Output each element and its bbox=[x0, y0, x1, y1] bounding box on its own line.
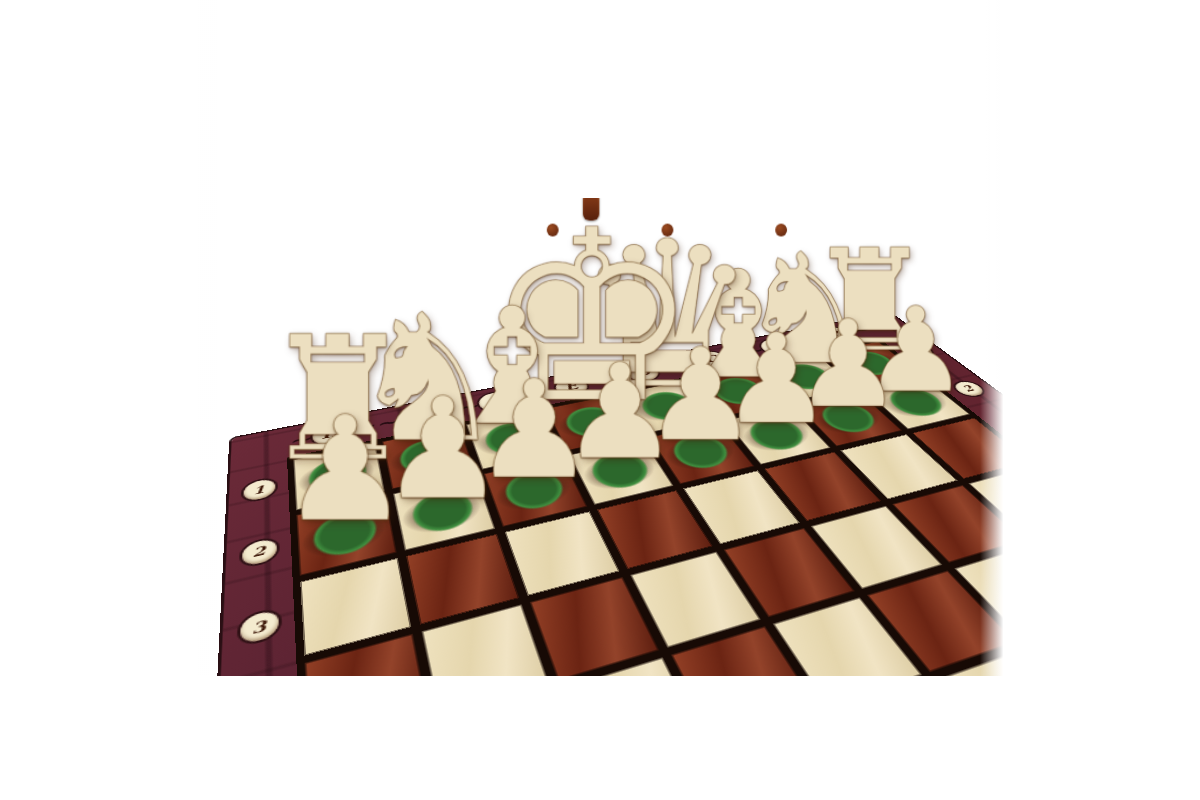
product-photo: ~H~~G~~F~~E~~D~~C~~B~~A~ 12345678 123456… bbox=[194, 0, 1006, 676]
scene: ~H~~G~~F~~E~~D~~C~~B~~A~ 12345678 123456… bbox=[194, 0, 1006, 676]
chessboard-grid: ♜♞♝♚♛♝♞♜♟♟♟♟♟♟♟♟ bbox=[287, 338, 1006, 676]
white-pawn-glyph: ♟ bbox=[194, 397, 609, 542]
rank-medallion-left-2: 2 bbox=[241, 537, 276, 567]
photo-edge-fade-right bbox=[980, 0, 1006, 676]
photo-edge-fade-left bbox=[194, 0, 218, 676]
rank-medallion-left-3: 3 bbox=[239, 609, 278, 646]
king-brown-finial bbox=[583, 192, 600, 221]
page-background: ~H~~G~~F~~E~~D~~C~~B~~A~ 12345678 123456… bbox=[0, 0, 1200, 800]
square-g3 bbox=[406, 534, 519, 625]
rank-medallion-left-item: 3 bbox=[239, 609, 278, 646]
board-3d: ~H~~G~~F~~E~~D~~C~~B~~A~ 12345678 123456… bbox=[194, 313, 1006, 676]
rank-medallion-left-item: 2 bbox=[241, 537, 276, 567]
